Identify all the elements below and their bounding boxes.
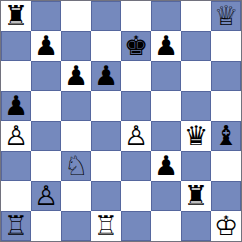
square-e6[interactable] <box>121 61 151 91</box>
square-f1[interactable] <box>151 211 181 241</box>
square-h1[interactable]: ♔ <box>211 211 241 241</box>
square-d2[interactable] <box>91 181 121 211</box>
square-d3[interactable] <box>91 151 121 181</box>
square-c8[interactable] <box>61 1 91 31</box>
square-b8[interactable] <box>31 1 61 31</box>
square-b1[interactable] <box>31 211 61 241</box>
square-a2[interactable] <box>1 181 31 211</box>
square-c4[interactable] <box>61 121 91 151</box>
white-rook-piece[interactable]: ♖ <box>4 212 28 239</box>
black-pawn-piece[interactable]: ♟ <box>154 32 178 59</box>
square-b2[interactable]: ♙ <box>31 181 61 211</box>
square-d7[interactable] <box>91 31 121 61</box>
square-h7[interactable] <box>211 31 241 61</box>
square-f2[interactable] <box>151 181 181 211</box>
black-rook-piece[interactable]: ♜ <box>184 182 208 209</box>
black-rook-piece[interactable]: ♜ <box>4 2 28 29</box>
square-f5[interactable] <box>151 91 181 121</box>
square-b7[interactable]: ♟ <box>31 31 61 61</box>
square-g5[interactable] <box>181 91 211 121</box>
square-a1[interactable]: ♖ <box>1 211 31 241</box>
square-a5[interactable]: ♟ <box>1 91 31 121</box>
white-pawn-piece[interactable]: ♙ <box>34 182 58 209</box>
square-f4[interactable] <box>151 121 181 151</box>
square-d6[interactable]: ♟ <box>91 61 121 91</box>
square-a7[interactable] <box>1 31 31 61</box>
square-d5[interactable] <box>91 91 121 121</box>
square-d4[interactable] <box>91 121 121 151</box>
square-e3[interactable] <box>121 151 151 181</box>
square-e2[interactable] <box>121 181 151 211</box>
square-h4[interactable]: ♝ <box>211 121 241 151</box>
white-queen-piece[interactable]: ♕ <box>214 2 238 29</box>
square-e7[interactable]: ♚ <box>121 31 151 61</box>
black-pawn-piece[interactable]: ♟ <box>34 32 58 59</box>
square-b5[interactable] <box>31 91 61 121</box>
square-f6[interactable] <box>151 61 181 91</box>
square-e8[interactable] <box>121 1 151 31</box>
square-a8[interactable]: ♜ <box>1 1 31 31</box>
square-b4[interactable] <box>31 121 61 151</box>
white-pawn-piece[interactable]: ♙ <box>124 122 148 149</box>
square-a3[interactable] <box>1 151 31 181</box>
square-c5[interactable] <box>61 91 91 121</box>
black-king-piece[interactable]: ♚ <box>124 32 148 59</box>
white-rook-piece[interactable]: ♖ <box>94 212 118 239</box>
square-f3[interactable]: ♟ <box>151 151 181 181</box>
square-e5[interactable] <box>121 91 151 121</box>
black-pawn-piece[interactable]: ♟ <box>94 62 118 89</box>
square-g3[interactable] <box>181 151 211 181</box>
square-g7[interactable] <box>181 31 211 61</box>
square-b6[interactable] <box>31 61 61 91</box>
square-c3[interactable]: ♘ <box>61 151 91 181</box>
square-a6[interactable] <box>1 61 31 91</box>
square-h6[interactable] <box>211 61 241 91</box>
square-h3[interactable] <box>211 151 241 181</box>
chess-board: ♜♕♟♚♟♟♟♟♙♙♛♝♘♟♙♜♖♖♔ <box>0 0 242 242</box>
square-e4[interactable]: ♙ <box>121 121 151 151</box>
square-h5[interactable] <box>211 91 241 121</box>
black-bishop-piece[interactable]: ♝ <box>214 122 238 149</box>
square-c1[interactable] <box>61 211 91 241</box>
black-pawn-piece[interactable]: ♟ <box>4 92 28 119</box>
white-knight-piece[interactable]: ♘ <box>64 152 88 179</box>
square-d8[interactable] <box>91 1 121 31</box>
square-e1[interactable] <box>121 211 151 241</box>
square-c7[interactable] <box>61 31 91 61</box>
square-c2[interactable] <box>61 181 91 211</box>
white-pawn-piece[interactable]: ♙ <box>4 122 28 149</box>
square-g8[interactable] <box>181 1 211 31</box>
square-d1[interactable]: ♖ <box>91 211 121 241</box>
square-g2[interactable]: ♜ <box>181 181 211 211</box>
white-king-piece[interactable]: ♔ <box>214 212 238 239</box>
black-queen-piece[interactable]: ♛ <box>184 122 208 149</box>
square-h2[interactable] <box>211 181 241 211</box>
black-pawn-piece[interactable]: ♟ <box>64 62 88 89</box>
square-h8[interactable]: ♕ <box>211 1 241 31</box>
square-f8[interactable] <box>151 1 181 31</box>
square-f7[interactable]: ♟ <box>151 31 181 61</box>
square-g6[interactable] <box>181 61 211 91</box>
square-c6[interactable]: ♟ <box>61 61 91 91</box>
black-pawn-piece[interactable]: ♟ <box>154 152 178 179</box>
square-g1[interactable] <box>181 211 211 241</box>
square-g4[interactable]: ♛ <box>181 121 211 151</box>
square-a4[interactable]: ♙ <box>1 121 31 151</box>
square-b3[interactable] <box>31 151 61 181</box>
